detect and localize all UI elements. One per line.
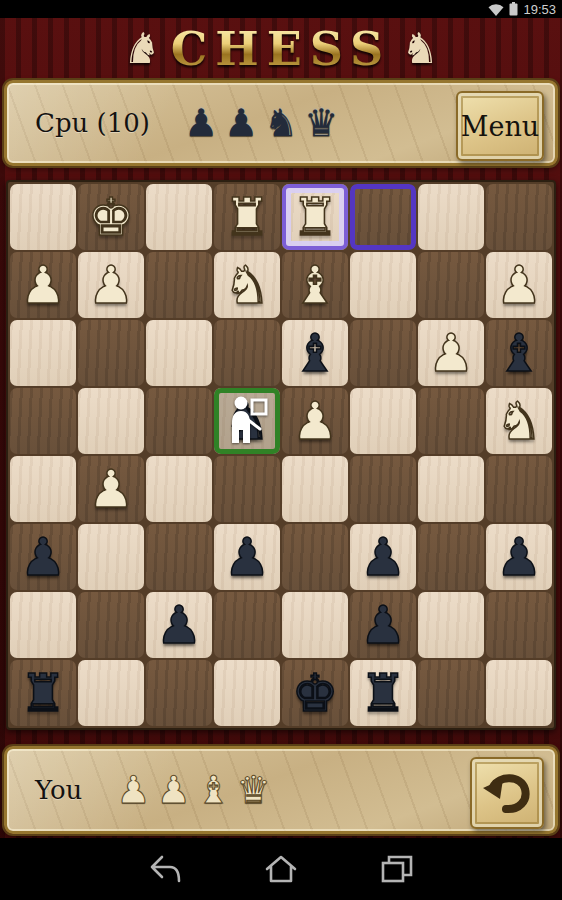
menu-button[interactable]: Menu bbox=[456, 91, 544, 161]
back-icon[interactable] bbox=[146, 850, 184, 888]
square-c2[interactable] bbox=[350, 252, 416, 318]
battery-icon bbox=[509, 2, 518, 16]
square-b5[interactable] bbox=[418, 456, 484, 522]
white-rook-e1[interactable]: ♜ bbox=[214, 184, 280, 250]
square-a8[interactable] bbox=[486, 660, 552, 726]
square-g8[interactable] bbox=[78, 660, 144, 726]
square-g5[interactable]: ♟ bbox=[78, 456, 144, 522]
square-h2[interactable]: ♟ bbox=[10, 252, 76, 318]
app-title: CHESS bbox=[171, 22, 392, 76]
captured-white-pawn: ♟ bbox=[116, 771, 150, 809]
square-h3[interactable] bbox=[10, 320, 76, 386]
captured-black-pawn: ♟ bbox=[224, 104, 258, 142]
square-c6[interactable]: ♟ bbox=[350, 524, 416, 590]
square-b6[interactable] bbox=[418, 524, 484, 590]
captured-black-pawn: ♟ bbox=[184, 104, 218, 142]
square-f5[interactable] bbox=[146, 456, 212, 522]
black-bishop-a3[interactable]: ♝ bbox=[486, 320, 552, 386]
app-screen: 19:53 ♞ CHESS ♞ Cpu (10) ♟♟♞♛ Menu ♚♜♜♟♟… bbox=[0, 0, 562, 900]
square-e5[interactable] bbox=[214, 456, 280, 522]
square-d7[interactable] bbox=[282, 592, 348, 658]
square-c3[interactable] bbox=[350, 320, 416, 386]
you-label: You bbox=[35, 775, 82, 805]
wifi-icon bbox=[488, 3, 504, 16]
square-e1[interactable]: ♜ bbox=[214, 184, 280, 250]
tutor-hint-icon bbox=[224, 395, 270, 447]
square-g3[interactable] bbox=[78, 320, 144, 386]
cpu-panel: Cpu (10) ♟♟♞♛ Menu bbox=[4, 80, 558, 166]
square-a4[interactable]: ♞ bbox=[486, 388, 552, 454]
white-king-g1[interactable]: ♚ bbox=[78, 184, 144, 250]
square-g2[interactable]: ♟ bbox=[78, 252, 144, 318]
white-bishop-d2[interactable]: ♝ bbox=[282, 252, 348, 318]
white-rook-d1[interactable]: ♜ bbox=[282, 184, 348, 250]
white-pawn-b3[interactable]: ♟ bbox=[418, 320, 484, 386]
square-e6[interactable]: ♟ bbox=[214, 524, 280, 590]
square-b8[interactable] bbox=[418, 660, 484, 726]
square-d1[interactable]: ♜ bbox=[282, 184, 348, 250]
square-f6[interactable] bbox=[146, 524, 212, 590]
white-knight-e2[interactable]: ♞ bbox=[214, 252, 280, 318]
square-d6[interactable] bbox=[282, 524, 348, 590]
square-c8[interactable]: ♜ bbox=[350, 660, 416, 726]
board-frame: ♚♜♜♟♟♞♝♟♝♟♝♞ ♟♞♟♟♟♟♟♟♟♜♚♜ bbox=[6, 180, 556, 730]
square-h7[interactable] bbox=[10, 592, 76, 658]
home-icon[interactable] bbox=[262, 850, 300, 888]
square-e3[interactable] bbox=[214, 320, 280, 386]
square-d2[interactable]: ♝ bbox=[282, 252, 348, 318]
captured-white-queen: ♛ bbox=[237, 771, 271, 809]
captured-black-knight: ♞ bbox=[264, 104, 298, 142]
status-bar: 19:53 bbox=[0, 0, 562, 18]
square-c7[interactable]: ♟ bbox=[350, 592, 416, 658]
black-bishop-d3[interactable]: ♝ bbox=[282, 320, 348, 386]
undo-arrow-icon bbox=[481, 769, 533, 817]
square-e2[interactable]: ♞ bbox=[214, 252, 280, 318]
cpu-captured-pieces: ♟♟♞♛ bbox=[184, 104, 338, 142]
square-b4[interactable] bbox=[418, 388, 484, 454]
navigation-bar bbox=[0, 838, 562, 900]
black-king-d8[interactable]: ♚ bbox=[282, 660, 348, 726]
black-pawn-h6[interactable]: ♟ bbox=[10, 524, 76, 590]
square-e7[interactable] bbox=[214, 592, 280, 658]
square-b1[interactable] bbox=[418, 184, 484, 250]
white-pawn-g2[interactable]: ♟ bbox=[78, 252, 144, 318]
square-d8[interactable]: ♚ bbox=[282, 660, 348, 726]
square-d5[interactable] bbox=[282, 456, 348, 522]
square-d4[interactable]: ♟ bbox=[282, 388, 348, 454]
square-c5[interactable] bbox=[350, 456, 416, 522]
black-pawn-c7[interactable]: ♟ bbox=[350, 592, 416, 658]
square-f2[interactable] bbox=[146, 252, 212, 318]
black-pawn-e6[interactable]: ♟ bbox=[214, 524, 280, 590]
recents-icon[interactable] bbox=[378, 850, 416, 888]
square-a1[interactable] bbox=[486, 184, 552, 250]
white-pawn-d4[interactable]: ♟ bbox=[282, 388, 348, 454]
clock: 19:53 bbox=[523, 2, 556, 17]
white-pawn-h2[interactable]: ♟ bbox=[10, 252, 76, 318]
you-panel: You ♟♟♝♛ bbox=[4, 746, 558, 834]
square-a7[interactable] bbox=[486, 592, 552, 658]
square-b2[interactable] bbox=[418, 252, 484, 318]
square-a5[interactable] bbox=[486, 456, 552, 522]
black-rook-c8[interactable]: ♜ bbox=[350, 660, 416, 726]
title-bar: ♞ CHESS ♞ bbox=[0, 18, 562, 80]
square-e4[interactable]: ♞ bbox=[214, 388, 280, 454]
square-a2[interactable]: ♟ bbox=[486, 252, 552, 318]
square-b7[interactable] bbox=[418, 592, 484, 658]
square-h6[interactable]: ♟ bbox=[10, 524, 76, 590]
square-g6[interactable] bbox=[78, 524, 144, 590]
square-f3[interactable] bbox=[146, 320, 212, 386]
black-pawn-c6[interactable]: ♟ bbox=[350, 524, 416, 590]
white-pawn-a2[interactable]: ♟ bbox=[486, 252, 552, 318]
undo-button[interactable] bbox=[470, 757, 544, 829]
square-h5[interactable] bbox=[10, 456, 76, 522]
black-rook-h8[interactable]: ♜ bbox=[10, 660, 76, 726]
knight-icon-left: ♞ bbox=[123, 28, 161, 70]
square-f1[interactable] bbox=[146, 184, 212, 250]
square-g7[interactable] bbox=[78, 592, 144, 658]
black-pawn-f7[interactable]: ♟ bbox=[146, 592, 212, 658]
black-pawn-a6[interactable]: ♟ bbox=[486, 524, 552, 590]
board: ♚♜♜♟♟♞♝♟♝♟♝♞ ♟♞♟♟♟♟♟♟♟♜♚♜ bbox=[8, 182, 554, 728]
white-knight-a4[interactable]: ♞ bbox=[486, 388, 552, 454]
square-c4[interactable] bbox=[350, 388, 416, 454]
square-f7[interactable]: ♟ bbox=[146, 592, 212, 658]
knight-icon-right: ♞ bbox=[401, 28, 439, 70]
square-b3[interactable]: ♟ bbox=[418, 320, 484, 386]
square-h1[interactable] bbox=[10, 184, 76, 250]
square-c1[interactable] bbox=[350, 184, 416, 250]
white-pawn-g5[interactable]: ♟ bbox=[78, 456, 144, 522]
square-a3[interactable]: ♝ bbox=[486, 320, 552, 386]
you-captured-pieces: ♟♟♝♛ bbox=[116, 771, 270, 809]
captured-white-pawn: ♟ bbox=[156, 771, 190, 809]
square-g1[interactable]: ♚ bbox=[78, 184, 144, 250]
square-a6[interactable]: ♟ bbox=[486, 524, 552, 590]
square-f8[interactable] bbox=[146, 660, 212, 726]
captured-white-bishop: ♝ bbox=[196, 771, 230, 809]
square-f4[interactable] bbox=[146, 388, 212, 454]
square-e8[interactable] bbox=[214, 660, 280, 726]
square-h8[interactable]: ♜ bbox=[10, 660, 76, 726]
square-d3[interactable]: ♝ bbox=[282, 320, 348, 386]
cpu-label: Cpu (10) bbox=[35, 108, 150, 138]
square-h4[interactable] bbox=[10, 388, 76, 454]
captured-black-queen: ♛ bbox=[304, 104, 338, 142]
square-g4[interactable] bbox=[78, 388, 144, 454]
